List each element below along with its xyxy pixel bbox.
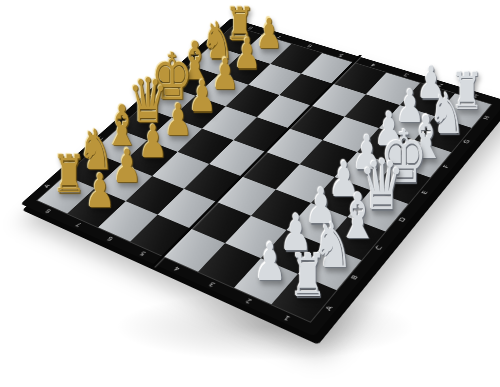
gold-pawn[interactable]: ♟ xyxy=(112,143,142,189)
rank-label-far-3: 3 xyxy=(402,72,409,77)
rank-label-1: 1 xyxy=(282,314,291,321)
silver-rook[interactable]: ♜ xyxy=(289,247,327,306)
rank-label-8: 8 xyxy=(44,208,52,214)
rank-label-far-4: 4 xyxy=(369,62,376,67)
rank-label-6: 6 xyxy=(106,235,114,241)
rank-label-far-6: 6 xyxy=(306,43,313,47)
rank-label-3: 3 xyxy=(208,281,217,288)
rank-label-5: 5 xyxy=(138,250,146,256)
gold-pawn[interactable]: ♟ xyxy=(84,167,114,214)
silver-pawn[interactable]: ♟ xyxy=(253,237,286,289)
gold-rook[interactable]: ♜ xyxy=(52,150,86,202)
rank-label-7: 7 xyxy=(74,221,82,227)
gold-pawn[interactable]: ♟ xyxy=(138,119,167,164)
chess-set-photo: AABBCCDDEEFFGGHH8877665544332211 ♜♞♝♛♚♝♞… xyxy=(0,0,500,387)
rank-label-4: 4 xyxy=(172,265,181,272)
file-label-h: H xyxy=(482,115,491,120)
rank-label-far-5: 5 xyxy=(337,53,344,58)
rank-label-2: 2 xyxy=(244,297,253,304)
